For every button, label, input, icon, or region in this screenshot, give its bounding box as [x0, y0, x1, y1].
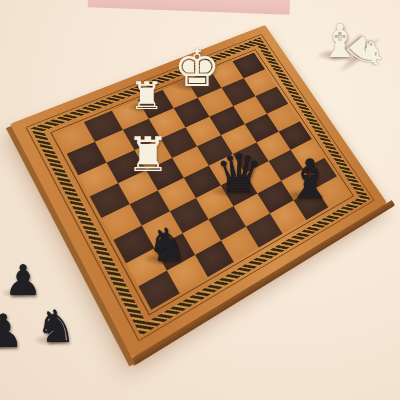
white-rook-2[interactable]: ♜ — [126, 130, 169, 178]
black-pawn-captured[interactable]: ♟ — [4, 260, 42, 302]
white-rook-1[interactable]: ♜ — [130, 77, 164, 115]
pink-object-edge — [88, 0, 291, 15]
black-bishop[interactable]: ♝ — [286, 153, 334, 207]
black-queen[interactable]: ♛ — [215, 148, 263, 202]
black-pawn-captured-2[interactable]: ♟ — [0, 308, 24, 354]
table-surface: ♚♜♜♛♝♞♝♞♟♞♟ — [0, 0, 400, 400]
black-knight-captured[interactable]: ♞ — [36, 304, 76, 349]
black-knight[interactable]: ♞ — [146, 222, 187, 268]
white-king[interactable]: ♚ — [174, 42, 221, 94]
